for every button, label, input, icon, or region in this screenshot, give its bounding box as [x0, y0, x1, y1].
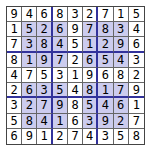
cell-r2c4[interactable]: 6	[53, 22, 68, 37]
cell-r9c4[interactable]: 2	[53, 129, 68, 144]
cell-r2c5[interactable]: 9	[68, 22, 83, 37]
cell-r1c4[interactable]: 8	[53, 7, 68, 22]
cell-r1c6[interactable]: 2	[83, 7, 98, 22]
cell-r6c3[interactable]: 3	[37, 83, 52, 98]
cell-r5c9[interactable]: 2	[129, 68, 144, 83]
cell-r7c2[interactable]: 2	[22, 98, 37, 113]
cell-r3c8[interactable]: 9	[114, 37, 129, 52]
cell-r7c5[interactable]: 8	[68, 98, 83, 113]
cell-r8c3[interactable]: 4	[37, 114, 52, 129]
cell-r5c5[interactable]: 1	[68, 68, 83, 83]
cell-r4c1[interactable]: 8	[7, 53, 22, 68]
cell-r3c5[interactable]: 5	[68, 37, 83, 52]
cell-r5c3[interactable]: 5	[37, 68, 52, 83]
cell-r1c2[interactable]: 4	[22, 7, 37, 22]
cell-r8c1[interactable]: 5	[7, 114, 22, 129]
cell-r7c9[interactable]: 1	[129, 98, 144, 113]
cell-r3c3[interactable]: 8	[37, 37, 52, 52]
cell-r9c5[interactable]: 7	[68, 129, 83, 144]
sudoku-board-container: 9468327151526978347384512968197265434753…	[6, 6, 145, 145]
cell-r8c6[interactable]: 3	[83, 114, 98, 129]
cell-r3c7[interactable]: 2	[98, 37, 113, 52]
cell-r7c7[interactable]: 4	[98, 98, 113, 113]
cell-r8c9[interactable]: 7	[129, 114, 144, 129]
cell-r6c1[interactable]: 2	[7, 83, 22, 98]
cell-r5c1[interactable]: 4	[7, 68, 22, 83]
cell-r4c2[interactable]: 1	[22, 53, 37, 68]
cell-r7c8[interactable]: 6	[114, 98, 129, 113]
cell-r7c6[interactable]: 5	[83, 98, 98, 113]
cell-r1c7[interactable]: 7	[98, 7, 113, 22]
cell-r5c2[interactable]: 7	[22, 68, 37, 83]
cell-r6c5[interactable]: 4	[68, 83, 83, 98]
cell-r8c2[interactable]: 8	[22, 114, 37, 129]
cell-r6c9[interactable]: 9	[129, 83, 144, 98]
cell-r2c1[interactable]: 1	[7, 22, 22, 37]
cell-r4c5[interactable]: 2	[68, 53, 83, 68]
cell-r4c9[interactable]: 3	[129, 53, 144, 68]
cell-r6c8[interactable]: 7	[114, 83, 129, 98]
cell-r1c8[interactable]: 1	[114, 7, 129, 22]
cell-r3c9[interactable]: 6	[129, 37, 144, 52]
cell-r2c9[interactable]: 4	[129, 22, 144, 37]
sudoku-board: 9468327151526978347384512968197265434753…	[6, 6, 145, 145]
cell-r5c6[interactable]: 9	[83, 68, 98, 83]
cell-r7c4[interactable]: 9	[53, 98, 68, 113]
cell-r1c1[interactable]: 9	[7, 7, 22, 22]
cell-r4c6[interactable]: 6	[83, 53, 98, 68]
cell-r2c6[interactable]: 7	[83, 22, 98, 37]
cell-r9c1[interactable]: 6	[7, 129, 22, 144]
cell-r1c3[interactable]: 6	[37, 7, 52, 22]
cell-r2c2[interactable]: 5	[22, 22, 37, 37]
cell-r8c4[interactable]: 1	[53, 114, 68, 129]
cell-r3c4[interactable]: 4	[53, 37, 68, 52]
cell-r8c8[interactable]: 2	[114, 114, 129, 129]
cell-r4c8[interactable]: 4	[114, 53, 129, 68]
cell-r3c1[interactable]: 7	[7, 37, 22, 52]
cell-r4c3[interactable]: 9	[37, 53, 52, 68]
cell-r6c2[interactable]: 6	[22, 83, 37, 98]
cell-r9c7[interactable]: 3	[98, 129, 113, 144]
cell-r8c7[interactable]: 9	[98, 114, 113, 129]
cell-r9c3[interactable]: 1	[37, 129, 52, 144]
cell-r8c5[interactable]: 6	[68, 114, 83, 129]
cell-r5c7[interactable]: 6	[98, 68, 113, 83]
cell-r4c7[interactable]: 5	[98, 53, 113, 68]
cell-r6c7[interactable]: 1	[98, 83, 113, 98]
cell-r2c3[interactable]: 2	[37, 22, 52, 37]
cell-r3c2[interactable]: 3	[22, 37, 37, 52]
cell-r2c7[interactable]: 8	[98, 22, 113, 37]
cell-r6c6[interactable]: 8	[83, 83, 98, 98]
cell-r9c6[interactable]: 4	[83, 129, 98, 144]
cell-r7c1[interactable]: 3	[7, 98, 22, 113]
cell-r5c8[interactable]: 8	[114, 68, 129, 83]
cell-r5c4[interactable]: 3	[53, 68, 68, 83]
cell-r6c4[interactable]: 5	[53, 83, 68, 98]
cell-r9c2[interactable]: 9	[22, 129, 37, 144]
cell-r1c5[interactable]: 3	[68, 7, 83, 22]
cell-r9c9[interactable]: 8	[129, 129, 144, 144]
cell-r2c8[interactable]: 3	[114, 22, 129, 37]
cell-r4c4[interactable]: 7	[53, 53, 68, 68]
cell-r1c9[interactable]: 5	[129, 7, 144, 22]
cell-r9c8[interactable]: 5	[114, 129, 129, 144]
cell-r7c3[interactable]: 7	[37, 98, 52, 113]
cell-r3c6[interactable]: 1	[83, 37, 98, 52]
